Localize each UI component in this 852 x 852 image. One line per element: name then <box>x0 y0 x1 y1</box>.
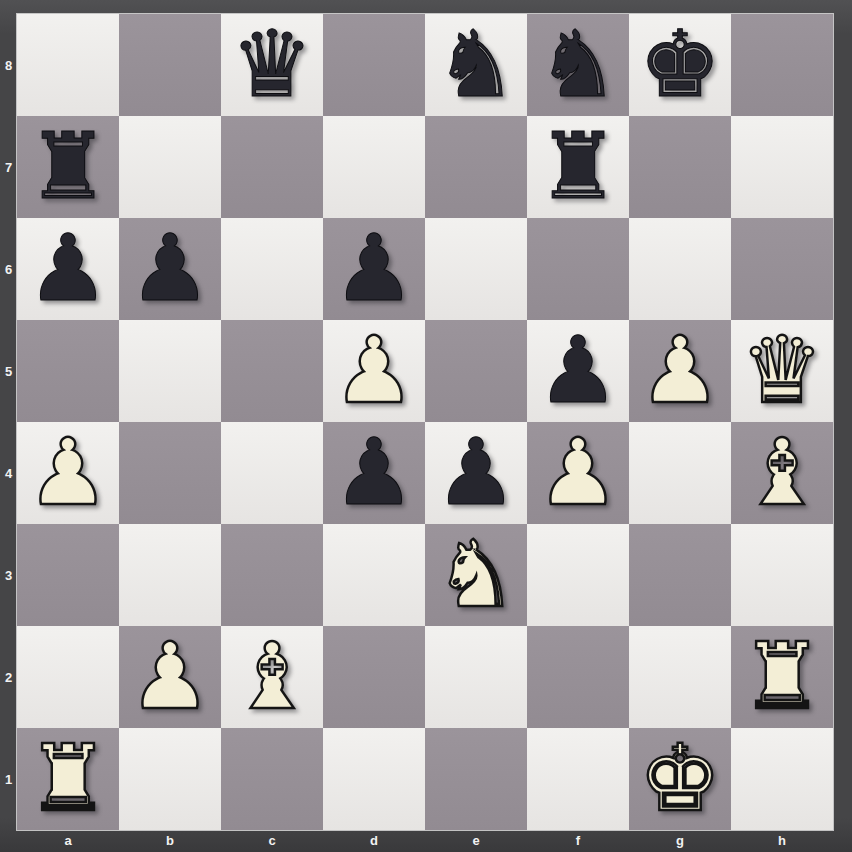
chess-board: ♛♞♞♚♜♜♟♟♟♟♟♟♛♟♟♟♟♝♞♟♝♜♜♚ <box>17 14 833 830</box>
file-labels: abcdefgh <box>17 830 833 850</box>
square-e2[interactable] <box>425 626 527 728</box>
rank-labels: 87654321 <box>0 14 17 830</box>
piece-black-pawn-f5[interactable]: ♟ <box>537 320 619 422</box>
square-b7[interactable] <box>119 116 221 218</box>
file-label-h: h <box>731 830 833 850</box>
square-e8[interactable]: ♞ <box>425 14 527 116</box>
piece-white-bishop-h4[interactable]: ♝ <box>741 422 823 524</box>
square-h8[interactable] <box>731 14 833 116</box>
piece-black-pawn-a6[interactable]: ♟ <box>27 218 109 320</box>
square-d6[interactable]: ♟ <box>323 218 425 320</box>
square-g4[interactable] <box>629 422 731 524</box>
rank-label-3: 3 <box>0 524 17 626</box>
file-label-b: b <box>119 830 221 850</box>
square-e1[interactable] <box>425 728 527 830</box>
piece-black-queen-c8[interactable]: ♛ <box>231 14 313 116</box>
piece-white-knight-e3[interactable]: ♞ <box>435 524 517 626</box>
piece-white-pawn-a4[interactable]: ♟ <box>27 422 109 524</box>
square-a4[interactable]: ♟ <box>17 422 119 524</box>
square-d4[interactable]: ♟ <box>323 422 425 524</box>
square-a3[interactable] <box>17 524 119 626</box>
rank-label-2: 2 <box>0 626 17 728</box>
square-c2[interactable]: ♝ <box>221 626 323 728</box>
piece-black-pawn-d6[interactable]: ♟ <box>333 218 415 320</box>
square-g6[interactable] <box>629 218 731 320</box>
piece-white-pawn-g5[interactable]: ♟ <box>639 320 721 422</box>
square-d5[interactable]: ♟ <box>323 320 425 422</box>
piece-white-king-g1[interactable]: ♚ <box>639 728 721 830</box>
square-c1[interactable] <box>221 728 323 830</box>
square-a6[interactable]: ♟ <box>17 218 119 320</box>
piece-white-pawn-b2[interactable]: ♟ <box>129 626 211 728</box>
piece-white-pawn-f4[interactable]: ♟ <box>537 422 619 524</box>
square-g5[interactable]: ♟ <box>629 320 731 422</box>
square-c4[interactable] <box>221 422 323 524</box>
square-f1[interactable] <box>527 728 629 830</box>
square-e5[interactable] <box>425 320 527 422</box>
file-label-d: d <box>323 830 425 850</box>
file-label-a: a <box>17 830 119 850</box>
rank-label-7: 7 <box>0 116 17 218</box>
square-c5[interactable] <box>221 320 323 422</box>
square-g7[interactable] <box>629 116 731 218</box>
piece-black-pawn-d4[interactable]: ♟ <box>333 422 415 524</box>
square-b5[interactable] <box>119 320 221 422</box>
piece-white-rook-h2[interactable]: ♜ <box>741 626 823 728</box>
piece-white-bishop-c2[interactable]: ♝ <box>231 626 313 728</box>
square-b6[interactable]: ♟ <box>119 218 221 320</box>
file-label-c: c <box>221 830 323 850</box>
square-f4[interactable]: ♟ <box>527 422 629 524</box>
square-c8[interactable]: ♛ <box>221 14 323 116</box>
square-a8[interactable] <box>17 14 119 116</box>
square-g3[interactable] <box>629 524 731 626</box>
square-h3[interactable] <box>731 524 833 626</box>
square-b4[interactable] <box>119 422 221 524</box>
square-h6[interactable] <box>731 218 833 320</box>
square-b3[interactable] <box>119 524 221 626</box>
piece-black-king-g8[interactable]: ♚ <box>639 14 721 116</box>
square-f8[interactable]: ♞ <box>527 14 629 116</box>
rank-label-1: 1 <box>0 728 17 830</box>
file-label-f: f <box>527 830 629 850</box>
square-f7[interactable]: ♜ <box>527 116 629 218</box>
square-a5[interactable] <box>17 320 119 422</box>
square-e7[interactable] <box>425 116 527 218</box>
square-c6[interactable] <box>221 218 323 320</box>
square-b8[interactable] <box>119 14 221 116</box>
piece-black-knight-e8[interactable]: ♞ <box>435 14 517 116</box>
piece-black-knight-f8[interactable]: ♞ <box>537 14 619 116</box>
square-f2[interactable] <box>527 626 629 728</box>
rank-label-5: 5 <box>0 320 17 422</box>
rank-label-4: 4 <box>0 422 17 524</box>
square-f5[interactable]: ♟ <box>527 320 629 422</box>
square-d7[interactable] <box>323 116 425 218</box>
piece-white-rook-a1[interactable]: ♜ <box>27 728 109 830</box>
piece-black-pawn-e4[interactable]: ♟ <box>435 422 517 524</box>
rank-label-8: 8 <box>0 14 17 116</box>
square-g8[interactable]: ♚ <box>629 14 731 116</box>
square-e6[interactable] <box>425 218 527 320</box>
piece-white-pawn-d5[interactable]: ♟ <box>333 320 415 422</box>
square-b1[interactable] <box>119 728 221 830</box>
square-h4[interactable]: ♝ <box>731 422 833 524</box>
square-c3[interactable] <box>221 524 323 626</box>
square-d1[interactable] <box>323 728 425 830</box>
rank-label-6: 6 <box>0 218 17 320</box>
piece-white-queen-h5[interactable]: ♛ <box>741 320 823 422</box>
square-f3[interactable] <box>527 524 629 626</box>
square-e4[interactable]: ♟ <box>425 422 527 524</box>
square-d2[interactable] <box>323 626 425 728</box>
chess-board-frame: ♛♞♞♚♜♜♟♟♟♟♟♟♛♟♟♟♟♝♞♟♝♜♜♚ 87654321 abcdef… <box>0 0 852 852</box>
file-label-e: e <box>425 830 527 850</box>
square-h5[interactable]: ♛ <box>731 320 833 422</box>
piece-black-rook-a7[interactable]: ♜ <box>27 116 109 218</box>
square-a1[interactable]: ♜ <box>17 728 119 830</box>
square-f6[interactable] <box>527 218 629 320</box>
square-d3[interactable] <box>323 524 425 626</box>
square-g1[interactable]: ♚ <box>629 728 731 830</box>
square-h1[interactable] <box>731 728 833 830</box>
square-a2[interactable] <box>17 626 119 728</box>
square-h7[interactable] <box>731 116 833 218</box>
square-e3[interactable]: ♞ <box>425 524 527 626</box>
square-g2[interactable] <box>629 626 731 728</box>
square-b2[interactable]: ♟ <box>119 626 221 728</box>
piece-black-pawn-b6[interactable]: ♟ <box>129 218 211 320</box>
square-h2[interactable]: ♜ <box>731 626 833 728</box>
square-c7[interactable] <box>221 116 323 218</box>
piece-black-rook-f7[interactable]: ♜ <box>537 116 619 218</box>
square-d8[interactable] <box>323 14 425 116</box>
square-a7[interactable]: ♜ <box>17 116 119 218</box>
file-label-g: g <box>629 830 731 850</box>
